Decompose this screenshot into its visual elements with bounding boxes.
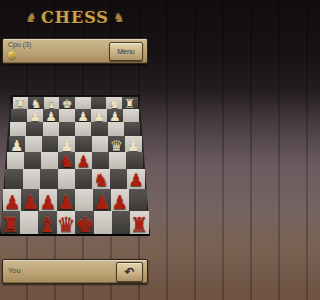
- square-d2[interactable]: ♟: [57, 189, 75, 211]
- opponent-name: Cpu (3): [8, 41, 31, 48]
- red-piece-p: ♟: [22, 193, 39, 212]
- square-b7[interactable]: ♟: [27, 109, 43, 122]
- square-d5[interactable]: ♟: [58, 136, 75, 152]
- red-piece-p: ♟: [128, 172, 144, 190]
- undo-icon: ↶: [124, 265, 134, 279]
- square-h7[interactable]: [123, 109, 139, 122]
- square-e4[interactable]: ♟: [75, 152, 92, 170]
- square-a5[interactable]: ♟: [9, 136, 26, 152]
- cream-piece-p: ♟: [77, 110, 89, 123]
- smiley-icon: ☺: [8, 51, 16, 59]
- square-g8[interactable]: ♞: [106, 97, 122, 109]
- square-f8[interactable]: [91, 97, 107, 109]
- cream-piece-p: ♟: [93, 110, 105, 123]
- square-d6[interactable]: [59, 122, 75, 136]
- red-piece-b: ♝: [38, 214, 57, 235]
- cream-piece-r: ♜: [15, 98, 26, 110]
- square-e5[interactable]: [75, 136, 92, 152]
- square-f5[interactable]: [92, 136, 109, 152]
- square-c2[interactable]: ♟: [39, 189, 57, 211]
- square-b6[interactable]: [26, 122, 42, 136]
- square-g7[interactable]: ♟: [107, 109, 123, 122]
- square-c7[interactable]: ♟: [43, 109, 59, 122]
- square-g5[interactable]: ♛: [108, 136, 125, 152]
- red-piece-p: ♟: [111, 193, 128, 212]
- square-h8[interactable]: ♜: [122, 97, 138, 109]
- square-g4[interactable]: [109, 152, 126, 170]
- red-piece-k: ♚: [75, 214, 94, 235]
- square-h6[interactable]: [124, 122, 140, 136]
- cream-piece-r: ♜: [124, 98, 135, 110]
- undo-button[interactable]: ↶: [116, 262, 143, 282]
- square-a7[interactable]: [11, 109, 27, 122]
- square-a8[interactable]: ♜: [13, 97, 29, 109]
- square-d3[interactable]: [58, 169, 75, 189]
- red-piece-p: ♟: [40, 193, 57, 212]
- square-e7[interactable]: ♟: [75, 109, 91, 122]
- red-piece-q: ♛: [57, 214, 76, 235]
- square-e2[interactable]: [75, 189, 93, 211]
- knight-icon: ♞: [113, 11, 125, 24]
- square-e6[interactable]: [75, 122, 91, 136]
- cream-piece-k: ♚: [62, 98, 73, 110]
- square-g6[interactable]: [108, 122, 124, 136]
- red-piece-p: ♟: [93, 193, 110, 212]
- red-piece-p: ♟: [4, 193, 21, 212]
- square-c4[interactable]: [41, 152, 58, 170]
- square-h1[interactable]: ♜: [130, 211, 149, 235]
- square-g3[interactable]: [110, 169, 127, 189]
- square-f6[interactable]: [91, 122, 107, 136]
- square-c6[interactable]: [43, 122, 59, 136]
- app-title: CHESS: [41, 8, 109, 27]
- square-g2[interactable]: ♟: [111, 189, 129, 211]
- red-piece-r: ♜: [130, 214, 149, 235]
- square-c5[interactable]: [42, 136, 59, 152]
- cream-piece-b: ♝: [46, 98, 57, 110]
- square-e1[interactable]: ♚: [75, 211, 94, 235]
- red-piece-p: ♟: [58, 193, 75, 212]
- cream-piece-q: ♛: [110, 137, 123, 152]
- square-h3[interactable]: ♟: [127, 169, 144, 189]
- board-squares: ♜♞♝♚♞♜♟♟♟♟♟♟♟♛♟♞♟♞♟♟♟♟♟♟♟♜♝♛♚♜: [0, 97, 150, 234]
- square-a2[interactable]: ♟: [3, 189, 21, 211]
- knight-icon: ♞: [25, 11, 37, 24]
- cream-piece-p: ♟: [29, 110, 41, 123]
- square-e3[interactable]: [75, 169, 92, 189]
- square-b5[interactable]: [25, 136, 42, 152]
- square-f7[interactable]: ♟: [91, 109, 107, 122]
- square-b4[interactable]: [24, 152, 41, 170]
- square-f1[interactable]: [94, 211, 112, 235]
- cream-piece-n: ♞: [109, 98, 120, 110]
- square-a6[interactable]: [10, 122, 26, 136]
- app-title-bar: ♞ CHESS ♞: [0, 5, 150, 29]
- cream-piece-p: ♟: [45, 110, 57, 123]
- red-piece-p: ♟: [76, 154, 90, 170]
- opponent-bar: Cpu (3) ☺ Menu: [2, 38, 148, 64]
- square-d1[interactable]: ♛: [57, 211, 76, 235]
- square-a4[interactable]: [7, 152, 24, 170]
- square-g1[interactable]: [112, 211, 130, 235]
- square-c3[interactable]: [40, 169, 57, 189]
- square-h5[interactable]: ♟: [125, 136, 142, 152]
- player-name: You: [8, 266, 21, 275]
- cream-piece-p: ♟: [126, 137, 139, 152]
- square-a3[interactable]: [5, 169, 22, 189]
- square-d8[interactable]: ♚: [59, 97, 75, 109]
- menu-button[interactable]: Menu: [109, 42, 143, 61]
- red-piece-n: ♞: [59, 154, 73, 170]
- square-f2[interactable]: ♟: [93, 189, 111, 211]
- square-b8[interactable]: ♞: [28, 97, 44, 109]
- chess-board: ♜♞♝♚♞♜♟♟♟♟♟♟♟♛♟♞♟♞♟♟♟♟♟♟♟♜♝♛♚♜: [0, 95, 150, 237]
- square-a1[interactable]: ♜: [1, 211, 20, 235]
- square-b3[interactable]: [23, 169, 40, 189]
- square-c1[interactable]: ♝: [38, 211, 57, 235]
- cream-piece-p: ♟: [60, 137, 73, 152]
- square-d4[interactable]: ♞: [58, 152, 75, 170]
- red-piece-n: ♞: [93, 172, 109, 190]
- cream-piece-n: ♞: [31, 98, 42, 110]
- square-d7[interactable]: [59, 109, 75, 122]
- square-b1[interactable]: [20, 211, 38, 235]
- red-piece-r: ♜: [1, 214, 20, 235]
- menu-button-label: Menu: [117, 48, 135, 55]
- square-e8[interactable]: [75, 97, 91, 109]
- cream-piece-p: ♟: [109, 110, 121, 123]
- square-c8[interactable]: ♝: [44, 97, 60, 109]
- square-h2[interactable]: [129, 189, 147, 211]
- square-f4[interactable]: [92, 152, 109, 170]
- cream-piece-p: ♟: [10, 137, 23, 152]
- player-bar: You ↶: [2, 259, 148, 284]
- square-h4[interactable]: [126, 152, 143, 170]
- square-b2[interactable]: ♟: [21, 189, 39, 211]
- square-f3[interactable]: ♞: [92, 169, 109, 189]
